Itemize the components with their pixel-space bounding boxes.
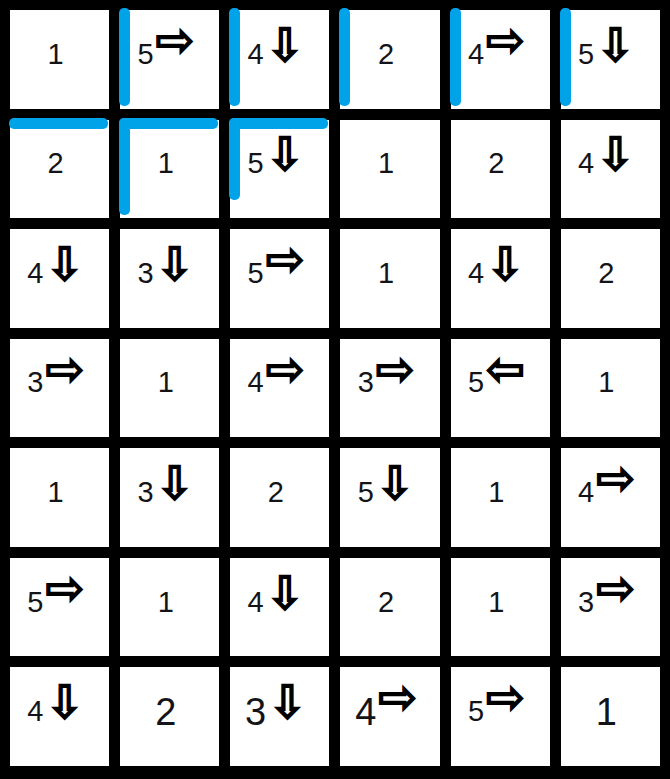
cell-number: 3 [245,693,266,731]
cell-content: 5⇨ [6,553,105,652]
cell-number: 2 [48,149,64,178]
cell-content: 1 [336,115,435,214]
down-arrow-icon: ⇩ [266,27,305,64]
cell-number: 4 [468,259,484,288]
blue-mark-top [9,118,108,129]
cell-content: 5⇦ [447,334,546,433]
cell-r2c4[interactable]: 4⇩ [451,229,550,328]
cell-r1c1[interactable]: 1 [120,120,219,219]
cell-r5c2[interactable]: 4⇩ [230,558,329,657]
cell-content: 1 [116,115,215,214]
cell-number: 3 [358,368,374,397]
cell-content: 3⇨ [336,334,435,433]
left-arrow-icon: ⇦ [486,351,525,388]
down-arrow-icon: ⇩ [266,136,305,173]
cell-number: 1 [598,368,614,397]
cell-number: 2 [155,693,176,731]
cell-r2c1[interactable]: 3⇩ [120,229,219,328]
cell-r1c5[interactable]: 4⇩ [561,120,660,219]
cell-r6c2[interactable]: 3⇩ [230,667,329,766]
cell-number: 1 [378,149,394,178]
cell-number: 4 [248,368,264,397]
cell-content: 2 [336,553,435,652]
cell-number: 1 [48,40,64,69]
cell-number: 5 [358,478,374,507]
cell-content: 4⇩ [557,115,656,214]
cell-content: 4⇩ [6,224,105,323]
blue-mark-left [339,8,350,106]
cell-content: 1 [447,553,546,652]
cell-r6c3[interactable]: 4⇨ [340,667,439,766]
cell-number: 2 [488,149,504,178]
down-arrow-icon: ⇩ [156,246,195,283]
cell-r5c0[interactable]: 5⇨ [10,558,109,657]
cell-content: 2 [116,662,215,761]
cell-number: 4 [248,40,264,69]
cell-content: 5⇩ [557,5,656,104]
cell-number: 4 [27,697,43,726]
right-arrow-icon: ⇨ [266,241,305,278]
cell-content: 1 [336,224,435,323]
cell-r6c1[interactable]: 2 [120,667,219,766]
cell-content: 4⇩ [6,662,105,761]
cell-r1c2[interactable]: 5⇩ [230,120,329,219]
cell-number: 5 [468,368,484,397]
cell-r2c3[interactable]: 1 [340,229,439,328]
cell-content: 5⇨ [116,5,215,104]
cell-content: 1 [116,553,215,652]
cell-number: 1 [488,588,504,617]
right-arrow-icon: ⇨ [45,351,84,388]
down-arrow-icon: ⇩ [45,684,84,721]
cell-number: 4 [578,149,594,178]
cell-r0c4[interactable]: 4⇨ [451,10,550,109]
cell-content: 5⇩ [336,443,435,542]
cell-content: 2 [557,224,656,323]
cell-number: 2 [268,478,284,507]
cell-number: 3 [137,259,153,288]
cell-number: 5 [27,588,43,617]
cell-number: 1 [158,149,174,178]
blue-mark-left [450,8,461,106]
cell-content: 1 [6,443,105,542]
cell-number: 2 [378,588,394,617]
cell-r3c0[interactable]: 3⇨ [10,339,109,438]
down-arrow-icon: ⇩ [376,465,415,502]
cell-content: 1 [116,334,215,433]
cell-r4c3[interactable]: 5⇩ [340,448,439,547]
cell-content: 4⇨ [336,662,435,761]
cell-r2c5[interactable]: 2 [561,229,660,328]
cell-content: 4⇩ [226,553,325,652]
cell-r3c3[interactable]: 3⇨ [340,339,439,438]
cell-r4c2[interactable]: 2 [230,448,329,547]
cell-content: 2 [6,115,105,214]
down-arrow-icon: ⇩ [596,27,635,64]
down-arrow-icon: ⇩ [268,684,307,721]
down-arrow-icon: ⇩ [156,465,195,502]
cell-r3c5[interactable]: 1 [561,339,660,438]
right-arrow-icon: ⇨ [45,570,84,607]
cell-content: 1 [6,5,105,104]
down-arrow-icon: ⇩ [596,136,635,173]
cell-content: 5⇨ [226,224,325,323]
cell-number: 2 [378,40,394,69]
right-arrow-icon: ⇨ [378,679,417,716]
cell-number: 3 [27,368,43,397]
cell-r2c0[interactable]: 4⇩ [10,229,109,328]
cell-content: 3⇩ [116,224,215,323]
cell-content: 4⇩ [447,224,546,323]
cell-number: 3 [137,478,153,507]
cell-r3c1[interactable]: 1 [120,339,219,438]
cell-content: 4⇨ [226,334,325,433]
right-arrow-icon: ⇨ [596,570,635,607]
cell-r0c0[interactable]: 1 [10,10,109,109]
cell-r1c3[interactable]: 1 [340,120,439,219]
cell-content: 3⇩ [116,443,215,542]
blue-mark-left [229,118,240,201]
cell-number: 1 [158,588,174,617]
cell-r6c0[interactable]: 4⇩ [10,667,109,766]
cell-content: 2 [447,115,546,214]
cell-number: 1 [158,368,174,397]
cell-number: 5 [137,40,153,69]
cell-r3c4[interactable]: 5⇦ [451,339,550,438]
cell-number: 1 [48,478,64,507]
cell-r3c2[interactable]: 4⇨ [230,339,329,438]
cell-content: 1 [447,443,546,542]
right-arrow-icon: ⇨ [376,351,415,388]
cell-number: 4 [355,693,376,731]
cell-content: 4⇩ [226,5,325,104]
cell-r6c4[interactable]: 5⇨ [451,667,550,766]
cell-number: 3 [578,588,594,617]
cell-number: 4 [468,40,484,69]
cell-content: 4⇨ [447,5,546,104]
cell-number: 5 [578,40,594,69]
blue-mark-top [229,118,328,129]
cell-content: 1 [557,662,656,761]
cell-content: 3⇨ [6,334,105,433]
cell-content: 3⇩ [226,662,325,761]
right-arrow-icon: ⇨ [486,22,525,59]
blue-mark-left [560,8,571,106]
cell-content: 5⇨ [447,662,546,761]
cell-r1c0[interactable]: 2 [10,120,109,219]
cell-content: 1 [557,334,656,433]
cell-content: 2 [336,5,435,104]
cell-number: 5 [468,697,484,726]
blue-mark-left [229,8,240,106]
cell-number: 2 [598,259,614,288]
right-arrow-icon: ⇨ [266,351,305,388]
cell-content: 2 [226,443,325,542]
cell-r4c5[interactable]: 4⇨ [561,448,660,547]
cell-r5c3[interactable]: 2 [340,558,439,657]
cell-number: 4 [248,588,264,617]
blue-mark-left [119,118,130,216]
puzzle-board-wrap: 15⇨4⇩24⇨5⇩215⇩124⇩4⇩3⇩5⇨14⇩23⇨14⇨3⇨5⇦113… [0,0,670,779]
right-arrow-icon: ⇨ [486,679,525,716]
cell-r2c2[interactable]: 5⇨ [230,229,329,328]
cell-number: 1 [596,693,617,731]
blue-mark-left [119,8,130,106]
right-arrow-icon: ⇨ [156,22,195,59]
blue-mark-top [119,118,218,129]
cell-number: 1 [488,478,504,507]
down-arrow-icon: ⇩ [486,246,525,283]
cell-r0c5[interactable]: 5⇩ [561,10,660,109]
puzzle-board: 15⇨4⇩24⇨5⇩215⇩124⇩4⇩3⇩5⇨14⇩23⇨14⇨3⇨5⇦113… [0,0,670,779]
cell-number: 4 [27,259,43,288]
cell-r4c4[interactable]: 1 [451,448,550,547]
cell-r5c1[interactable]: 1 [120,558,219,657]
cell-r1c4[interactable]: 2 [451,120,550,219]
down-arrow-icon: ⇩ [45,246,84,283]
cell-r5c5[interactable]: 3⇨ [561,558,660,657]
down-arrow-icon: ⇩ [266,575,305,612]
cell-number: 5 [248,259,264,288]
cell-r4c1[interactable]: 3⇩ [120,448,219,547]
cell-r5c4[interactable]: 1 [451,558,550,657]
right-arrow-icon: ⇨ [596,460,635,497]
cell-r0c2[interactable]: 4⇩ [230,10,329,109]
cell-r0c3[interactable]: 2 [340,10,439,109]
cell-content: 5⇩ [226,115,325,214]
cell-number: 5 [248,149,264,178]
cell-r4c0[interactable]: 1 [10,448,109,547]
cell-r0c1[interactable]: 5⇨ [120,10,219,109]
cell-r6c5[interactable]: 1 [561,667,660,766]
cell-content: 3⇨ [557,553,656,652]
cell-number: 4 [578,478,594,507]
cell-number: 1 [378,259,394,288]
cell-content: 4⇨ [557,443,656,542]
